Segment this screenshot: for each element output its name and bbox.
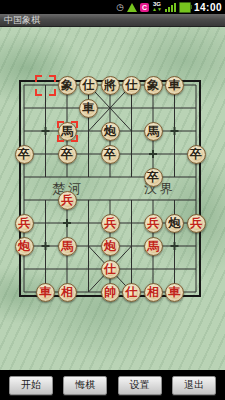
exit-button[interactable]: 退出 [172,376,216,395]
piece-red-兵[interactable]: 兵 [15,214,34,233]
board-area: 楚河 汉界 象仕將仕象車車馬炮馬卒卒卒卒卒炮兵兵兵兵兵炮馬炮馬仕車相帥仕相車 [0,27,225,370]
piece-red-仕[interactable]: 仕 [122,283,141,302]
title-bar: 中国象棋 [0,14,225,27]
last-move-marker [35,75,56,96]
app-screen: ◷ C 3G ▲▼ 14:00 中国象棋 楚河 汉界 [0,0,225,400]
piece-red-兵[interactable]: 兵 [101,214,120,233]
piece-black-仕[interactable]: 仕 [122,76,141,95]
data-arrows-icon: ▲▼ [152,7,162,12]
piece-red-車[interactable]: 車 [165,283,184,302]
last-move-marker [57,121,78,142]
piece-red-兵[interactable]: 兵 [187,214,206,233]
piece-red-兵[interactable]: 兵 [144,214,163,233]
3g-indicator: 3G ▲▼ [152,2,162,12]
piece-red-兵[interactable]: 兵 [58,191,77,210]
piece-black-象[interactable]: 象 [144,76,163,95]
status-time: 14:00 [194,2,222,13]
piece-black-炮[interactable]: 炮 [101,122,120,141]
piece-black-炮[interactable]: 炮 [165,214,184,233]
piece-black-卒[interactable]: 卒 [15,145,34,164]
piece-red-相[interactable]: 相 [58,283,77,302]
piece-red-相[interactable]: 相 [144,283,163,302]
piece-black-卒[interactable]: 卒 [58,145,77,164]
signal-bars-icon [165,2,176,12]
piece-black-車[interactable]: 車 [79,99,98,118]
undo-button[interactable]: 悔棋 [63,376,107,395]
piece-layer: 象仕將仕象車車馬炮馬卒卒卒卒卒炮兵兵兵兵兵炮馬炮馬仕車相帥仕相車 [0,27,225,370]
signal-triangle-icon [127,3,137,12]
piece-red-帥[interactable]: 帥 [101,283,120,302]
bottom-button-bar: 开始 悔棋 设置 退出 [0,370,225,400]
piece-red-馬[interactable]: 馬 [144,237,163,256]
settings-button[interactable]: 设置 [118,376,162,395]
piece-red-車[interactable]: 車 [36,283,55,302]
piece-black-仕[interactable]: 仕 [79,76,98,95]
piece-black-卒[interactable]: 卒 [144,168,163,187]
c-badge: C [140,3,149,12]
piece-black-卒[interactable]: 卒 [187,145,206,164]
piece-red-馬[interactable]: 馬 [58,237,77,256]
status-bar: ◷ C 3G ▲▼ 14:00 [0,0,225,14]
piece-red-炮[interactable]: 炮 [15,237,34,256]
piece-black-將[interactable]: 將 [101,76,120,95]
alarm-clock-icon: ◷ [116,3,124,12]
piece-black-卒[interactable]: 卒 [101,145,120,164]
piece-red-仕[interactable]: 仕 [101,260,120,279]
start-button[interactable]: 开始 [9,376,53,395]
piece-black-象[interactable]: 象 [58,76,77,95]
piece-black-馬[interactable]: 馬 [144,122,163,141]
piece-black-車[interactable]: 車 [165,76,184,95]
battery-icon [179,2,191,13]
piece-red-炮[interactable]: 炮 [101,237,120,256]
app-title: 中国象棋 [4,14,40,27]
